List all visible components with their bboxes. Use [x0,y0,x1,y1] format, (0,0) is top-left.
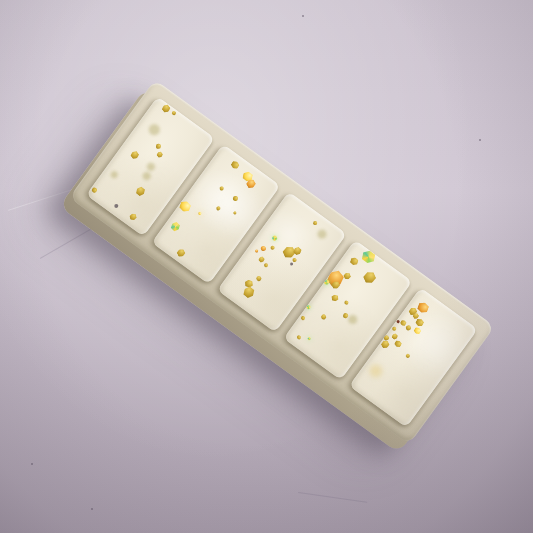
glitter-flake [316,228,328,240]
glitter-flake [145,161,156,172]
dust-speck [479,139,481,141]
photo-background [0,0,533,533]
glitter-flake [290,263,293,266]
glitter-flake [405,325,411,331]
glitter-flake [307,337,311,341]
glitter-flake [362,269,378,285]
dust-speck [91,508,93,510]
surface-scratch [298,492,367,503]
glitter-flake [141,170,152,181]
glitter-flake [390,332,398,340]
glitter-flake [147,123,162,138]
glitter-flake [392,326,397,331]
bar-top-rim [69,80,495,445]
glitter-flake [198,211,202,215]
glitter-flake [90,187,97,194]
glitter-flake [229,159,240,170]
glitter-flake [416,300,430,314]
glitter-flake [300,315,305,320]
glitter-flake [254,249,258,253]
glitter-flake [307,305,312,310]
glitter-flake [343,272,352,281]
wax-snap-bar [69,80,495,445]
glitter-flake [320,313,327,320]
glitter-flake [178,200,192,214]
glitter-flake [128,212,137,221]
glitter-flake [413,325,423,335]
glitter-flake [264,263,269,268]
glitter-flake [219,186,224,191]
glitter-flake [271,246,275,250]
glitter-flake [383,334,390,341]
glitter-flake [216,206,221,211]
glitter-flake [331,294,339,302]
glitter-flake [129,150,140,161]
glitter-flake [161,103,172,114]
glitter-flake [134,185,147,198]
glitter-flake [114,204,118,208]
glitter-flake [405,353,411,359]
glitter-flake [369,364,382,377]
glitter-flake [175,248,186,259]
glitter-flake [110,170,120,180]
glitter-flake [361,249,376,264]
glitter-flake [233,211,237,215]
glitter-flake [396,320,400,324]
glitter-flake [169,220,182,233]
glitter-flake [349,257,359,267]
glitter-flake [414,317,425,328]
dust-speck [302,15,304,17]
glitter-flake [155,150,163,158]
glitter-flake [313,221,317,225]
glitter-flake [323,279,329,285]
glitter-flake [256,275,263,282]
glitter-flake [156,144,161,149]
glitter-flake [347,314,358,325]
glitter-flake [271,235,278,242]
glitter-flake [344,300,348,304]
glitter-flake [297,335,302,340]
glitter-flake [260,245,267,252]
glitter-flake [232,195,238,201]
glitter-flake [394,339,403,348]
dust-speck [31,463,33,465]
glitter-flake [172,110,178,116]
glitter-flake [245,279,254,288]
